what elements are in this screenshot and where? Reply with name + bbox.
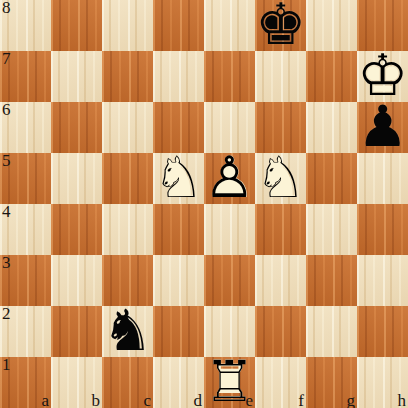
square-b6[interactable] bbox=[51, 102, 102, 153]
square-a1[interactable]: 1a bbox=[0, 357, 51, 408]
square-a6[interactable]: 6 bbox=[0, 102, 51, 153]
square-c5[interactable] bbox=[102, 153, 153, 204]
rank-label-4: 4 bbox=[2, 202, 11, 222]
white-knight-d5[interactable]: ♞♘ bbox=[153, 153, 204, 204]
square-e4[interactable] bbox=[204, 204, 255, 255]
square-f8[interactable]: ♚ bbox=[255, 0, 306, 51]
square-a5[interactable]: 5 bbox=[0, 153, 51, 204]
black-knight-glyph: ♞ bbox=[102, 302, 153, 359]
square-c7[interactable] bbox=[102, 51, 153, 102]
square-h4[interactable] bbox=[357, 204, 408, 255]
square-g7[interactable] bbox=[306, 51, 357, 102]
white-knight-f5[interactable]: ♞♘ bbox=[255, 153, 306, 204]
square-f5[interactable]: ♞♘ bbox=[255, 153, 306, 204]
file-label-h: h bbox=[398, 392, 407, 408]
square-h2[interactable] bbox=[357, 306, 408, 357]
square-b4[interactable] bbox=[51, 204, 102, 255]
square-c4[interactable] bbox=[102, 204, 153, 255]
square-b2[interactable] bbox=[51, 306, 102, 357]
file-label-g: g bbox=[347, 392, 356, 408]
square-c1[interactable]: c bbox=[102, 357, 153, 408]
square-h1[interactable]: h bbox=[357, 357, 408, 408]
white-knight-outline-glyph: ♘ bbox=[153, 149, 204, 206]
square-b1[interactable]: b bbox=[51, 357, 102, 408]
rank-label-1: 1 bbox=[2, 355, 11, 375]
square-h3[interactable] bbox=[357, 255, 408, 306]
square-d4[interactable] bbox=[153, 204, 204, 255]
square-b5[interactable] bbox=[51, 153, 102, 204]
square-d1[interactable]: d bbox=[153, 357, 204, 408]
file-label-d: d bbox=[194, 392, 203, 408]
square-g4[interactable] bbox=[306, 204, 357, 255]
rank-label-7: 7 bbox=[2, 49, 11, 69]
square-c2[interactable]: ♞ bbox=[102, 306, 153, 357]
square-a2[interactable]: 2 bbox=[0, 306, 51, 357]
square-g1[interactable]: g bbox=[306, 357, 357, 408]
file-label-b: b bbox=[92, 392, 101, 408]
square-g2[interactable] bbox=[306, 306, 357, 357]
file-label-a: a bbox=[41, 392, 49, 408]
square-e7[interactable] bbox=[204, 51, 255, 102]
square-d3[interactable] bbox=[153, 255, 204, 306]
square-g6[interactable] bbox=[306, 102, 357, 153]
white-rook-e1[interactable]: ♜♖ bbox=[204, 357, 255, 408]
square-e5[interactable]: ♟♙ bbox=[204, 153, 255, 204]
chess-board: 8♚7♚♔6♟5♞♘♟♙♞♘432♞1abcde♜♖fgh bbox=[0, 0, 408, 408]
square-f7[interactable] bbox=[255, 51, 306, 102]
file-label-c: c bbox=[143, 392, 151, 408]
white-pawn-outline-glyph: ♙ bbox=[204, 149, 255, 206]
square-f3[interactable] bbox=[255, 255, 306, 306]
file-label-f: f bbox=[298, 392, 304, 408]
square-e8[interactable] bbox=[204, 0, 255, 51]
rank-label-5: 5 bbox=[2, 151, 11, 171]
rank-label-2: 2 bbox=[2, 304, 11, 324]
square-f1[interactable]: f bbox=[255, 357, 306, 408]
square-f4[interactable] bbox=[255, 204, 306, 255]
square-c6[interactable] bbox=[102, 102, 153, 153]
square-b8[interactable] bbox=[51, 0, 102, 51]
rank-label-6: 6 bbox=[2, 100, 11, 120]
square-b3[interactable] bbox=[51, 255, 102, 306]
square-c8[interactable] bbox=[102, 0, 153, 51]
square-g3[interactable] bbox=[306, 255, 357, 306]
square-b7[interactable] bbox=[51, 51, 102, 102]
square-d5[interactable]: ♞♘ bbox=[153, 153, 204, 204]
white-pawn-e5[interactable]: ♟♙ bbox=[204, 153, 255, 204]
square-g5[interactable] bbox=[306, 153, 357, 204]
square-h6[interactable]: ♟ bbox=[357, 102, 408, 153]
square-d8[interactable] bbox=[153, 0, 204, 51]
square-a4[interactable]: 4 bbox=[0, 204, 51, 255]
square-a3[interactable]: 3 bbox=[0, 255, 51, 306]
square-d2[interactable] bbox=[153, 306, 204, 357]
square-h5[interactable] bbox=[357, 153, 408, 204]
square-e3[interactable] bbox=[204, 255, 255, 306]
black-king-glyph: ♚ bbox=[255, 0, 306, 53]
white-rook-outline-glyph: ♖ bbox=[204, 353, 255, 408]
white-knight-outline-glyph: ♘ bbox=[255, 149, 306, 206]
square-a8[interactable]: 8 bbox=[0, 0, 51, 51]
square-e1[interactable]: e♜♖ bbox=[204, 357, 255, 408]
black-knight-c2[interactable]: ♞ bbox=[102, 306, 153, 357]
square-d7[interactable] bbox=[153, 51, 204, 102]
rank-label-3: 3 bbox=[2, 253, 11, 273]
black-pawn-glyph: ♟ bbox=[357, 98, 408, 155]
black-king-f8[interactable]: ♚ bbox=[255, 0, 306, 51]
black-pawn-h6[interactable]: ♟ bbox=[357, 102, 408, 153]
square-f2[interactable] bbox=[255, 306, 306, 357]
rank-label-8: 8 bbox=[2, 0, 11, 18]
square-a7[interactable]: 7 bbox=[0, 51, 51, 102]
square-g8[interactable] bbox=[306, 0, 357, 51]
